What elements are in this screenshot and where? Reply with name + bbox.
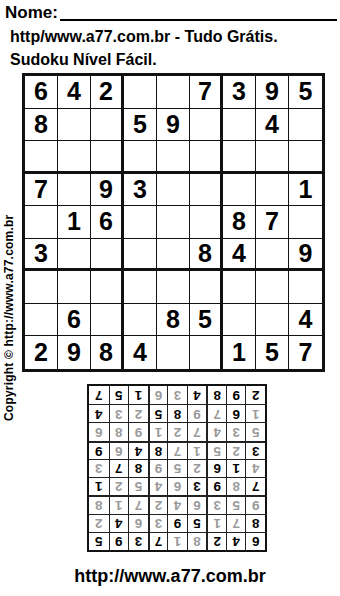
solution-cell: 1 bbox=[245, 404, 265, 422]
solution-cell: 6 bbox=[89, 422, 109, 440]
puzzle-cell bbox=[223, 109, 256, 142]
solution-cell: 2 bbox=[148, 495, 168, 513]
solution-cell: 1 bbox=[206, 514, 226, 532]
solution-cell: 5 bbox=[89, 532, 109, 550]
solution-cell: 8 bbox=[89, 495, 109, 513]
solution-cell: 3 bbox=[245, 441, 265, 459]
solution-cell: 7 bbox=[109, 459, 129, 477]
puzzle-cell bbox=[289, 109, 322, 142]
puzzle-cell bbox=[124, 271, 157, 304]
solution-cell: 4 bbox=[89, 404, 109, 422]
solution-cell: 4 bbox=[148, 477, 168, 495]
puzzle-cell bbox=[157, 206, 190, 239]
puzzle-cell bbox=[256, 239, 289, 272]
puzzle-cell: 8 bbox=[91, 336, 124, 369]
solution-cell: 5 bbox=[187, 514, 207, 532]
puzzle-cell bbox=[157, 76, 190, 109]
puzzle-cell bbox=[157, 174, 190, 207]
puzzle-cell: 6 bbox=[25, 76, 58, 109]
puzzle-cell bbox=[256, 174, 289, 207]
solution-cell: 7 bbox=[167, 441, 187, 459]
solution-cell: 2 bbox=[206, 532, 226, 550]
solution-cell: 6 bbox=[148, 386, 168, 404]
puzzle-cell bbox=[124, 76, 157, 109]
puzzle-cell: 5 bbox=[289, 76, 322, 109]
puzzle-cell bbox=[58, 141, 91, 174]
solution-cell: 5 bbox=[167, 459, 187, 477]
solution-cell: 2 bbox=[89, 514, 109, 532]
puzzle-cell bbox=[223, 174, 256, 207]
solution-cell: 1 bbox=[226, 459, 246, 477]
puzzle-cell: 2 bbox=[25, 336, 58, 369]
solution-cell: 4 bbox=[206, 422, 226, 440]
footer-url: http://www.a77.com.br bbox=[0, 566, 340, 587]
solution-cell: 9 bbox=[109, 532, 129, 550]
puzzle-cell: 7 bbox=[256, 206, 289, 239]
solution-cell: 4 bbox=[128, 441, 148, 459]
puzzle-cell: 8 bbox=[190, 239, 223, 272]
puzzle-cell bbox=[58, 239, 91, 272]
puzzle-cell: 4 bbox=[58, 76, 91, 109]
solution-cell: 8 bbox=[109, 422, 129, 440]
solution-cell: 8 bbox=[206, 386, 226, 404]
puzzle-cell bbox=[190, 141, 223, 174]
solution-cell: 2 bbox=[109, 477, 129, 495]
puzzle-cell: 7 bbox=[190, 76, 223, 109]
solution-cell: 9 bbox=[148, 459, 168, 477]
puzzle-cell bbox=[124, 304, 157, 337]
puzzle-cell: 8 bbox=[25, 109, 58, 142]
puzzle-cell bbox=[25, 271, 58, 304]
solution-cell: 3 bbox=[89, 459, 109, 477]
solution-cell: 4 bbox=[187, 386, 207, 404]
puzzle-cell bbox=[91, 141, 124, 174]
puzzle-cell: 3 bbox=[25, 239, 58, 272]
solution-cell: 3 bbox=[226, 422, 246, 440]
puzzle-cell: 5 bbox=[256, 336, 289, 369]
solution-cell: 4 bbox=[245, 459, 265, 477]
puzzle-cell bbox=[25, 206, 58, 239]
solution-cell: 4 bbox=[226, 532, 246, 550]
puzzle-cell: 3 bbox=[223, 76, 256, 109]
page-title: Sudoku Nível Fácil. bbox=[10, 51, 157, 69]
solution-cell: 3 bbox=[128, 532, 148, 550]
puzzle-cell: 5 bbox=[124, 109, 157, 142]
puzzle-cell: 5 bbox=[190, 304, 223, 337]
solution-cell: 1 bbox=[187, 441, 207, 459]
solution-cell: 7 bbox=[206, 404, 226, 422]
puzzle-cell: 9 bbox=[91, 174, 124, 207]
solution-cell: 7 bbox=[128, 495, 148, 513]
solution-grid: 6428173958715936429536427187893645214162… bbox=[87, 384, 267, 552]
solution-cell: 1 bbox=[128, 386, 148, 404]
puzzle-cell: 1 bbox=[58, 206, 91, 239]
puzzle-cell bbox=[190, 271, 223, 304]
solution-cell: 1 bbox=[148, 422, 168, 440]
puzzle-cell bbox=[124, 239, 157, 272]
puzzle-cell bbox=[289, 271, 322, 304]
solution-cell: 8 bbox=[167, 404, 187, 422]
puzzle-cell bbox=[190, 336, 223, 369]
puzzle-cell bbox=[91, 109, 124, 142]
puzzle-cell: 7 bbox=[289, 336, 322, 369]
puzzle-cell bbox=[223, 141, 256, 174]
name-row: Nome: bbox=[5, 3, 337, 23]
puzzle-cell bbox=[289, 141, 322, 174]
copyright-vertical-text: Copyright © http://www.a77.com.br bbox=[2, 129, 20, 421]
puzzle-cell: 9 bbox=[256, 76, 289, 109]
solution-cell: 3 bbox=[109, 404, 129, 422]
puzzle-cell bbox=[58, 109, 91, 142]
puzzle-cell: 6 bbox=[91, 206, 124, 239]
puzzle-cell bbox=[256, 141, 289, 174]
puzzle-cell bbox=[124, 141, 157, 174]
puzzle-cell bbox=[223, 271, 256, 304]
puzzle-cell bbox=[157, 336, 190, 369]
puzzle-cell: 7 bbox=[25, 174, 58, 207]
puzzle-cell bbox=[58, 271, 91, 304]
puzzle-cell bbox=[190, 174, 223, 207]
solution-cell: 5 bbox=[226, 495, 246, 513]
solution-cell: 1 bbox=[167, 532, 187, 550]
puzzle-cell bbox=[256, 304, 289, 337]
solution-cell: 8 bbox=[187, 532, 207, 550]
solution-cell: 6 bbox=[226, 404, 246, 422]
solution-cell: 8 bbox=[226, 477, 246, 495]
solution-cell: 7 bbox=[187, 422, 207, 440]
solution-cell: 2 bbox=[245, 386, 265, 404]
puzzle-cell bbox=[91, 239, 124, 272]
puzzle-cell bbox=[223, 304, 256, 337]
solution-cell: 6 bbox=[128, 514, 148, 532]
puzzle-cell bbox=[157, 271, 190, 304]
solution-cell: 9 bbox=[226, 386, 246, 404]
puzzle-cell bbox=[91, 304, 124, 337]
solution-cell: 7 bbox=[89, 386, 109, 404]
puzzle-cell bbox=[91, 271, 124, 304]
solution-cell: 8 bbox=[245, 514, 265, 532]
solution-cell: 6 bbox=[109, 441, 129, 459]
solution-cell: 3 bbox=[167, 386, 187, 404]
puzzle-cell: 1 bbox=[289, 174, 322, 207]
puzzle-cell bbox=[25, 304, 58, 337]
puzzle-cell: 2 bbox=[91, 76, 124, 109]
solution-cell: 9 bbox=[89, 441, 109, 459]
solution-cell: 1 bbox=[89, 477, 109, 495]
puzzle-cell: 3 bbox=[124, 174, 157, 207]
puzzle-cell bbox=[124, 206, 157, 239]
puzzle-cell bbox=[157, 239, 190, 272]
puzzle-cell bbox=[157, 141, 190, 174]
solution-cell: 5 bbox=[109, 386, 129, 404]
solution-cell: 9 bbox=[187, 404, 207, 422]
solution-cell: 6 bbox=[245, 532, 265, 550]
solution-cell: 5 bbox=[128, 477, 148, 495]
puzzle-cell bbox=[289, 206, 322, 239]
solution-cell: 6 bbox=[206, 459, 226, 477]
solution-cell: 5 bbox=[245, 422, 265, 440]
solution-cell: 1 bbox=[109, 495, 129, 513]
solution-cell: 2 bbox=[226, 441, 246, 459]
puzzle-cell: 4 bbox=[124, 336, 157, 369]
solution-cell: 7 bbox=[148, 532, 168, 550]
puzzle-cell: 8 bbox=[157, 304, 190, 337]
puzzle-cell bbox=[58, 174, 91, 207]
puzzle-cell: 6 bbox=[58, 304, 91, 337]
solution-cell: 6 bbox=[187, 495, 207, 513]
puzzle-cell: 1 bbox=[223, 336, 256, 369]
solution-cell: 3 bbox=[187, 477, 207, 495]
name-label: Nome: bbox=[5, 3, 58, 23]
solution-cell: 2 bbox=[167, 422, 187, 440]
puzzle-cell: 9 bbox=[58, 336, 91, 369]
solution-cell: 5 bbox=[206, 441, 226, 459]
puzzle-cell bbox=[25, 141, 58, 174]
puzzle-grid: 6427395859479311687384968542984157 bbox=[22, 73, 325, 372]
puzzle-cell bbox=[256, 271, 289, 304]
solution-cell: 8 bbox=[128, 459, 148, 477]
name-underline bbox=[60, 5, 337, 21]
solution-cell: 9 bbox=[128, 422, 148, 440]
solution-cell: 2 bbox=[128, 404, 148, 422]
puzzle-cell bbox=[190, 109, 223, 142]
puzzle-cell: 4 bbox=[256, 109, 289, 142]
site-header: http/www.a77.com.br - Tudo Grátis. bbox=[10, 28, 278, 46]
puzzle-cell: 9 bbox=[289, 239, 322, 272]
solution-cell: 6 bbox=[167, 477, 187, 495]
solution-cell: 4 bbox=[167, 495, 187, 513]
puzzle-cell: 9 bbox=[157, 109, 190, 142]
solution-cell: 9 bbox=[245, 495, 265, 513]
solution-cell: 2 bbox=[187, 459, 207, 477]
solution-cell: 3 bbox=[206, 495, 226, 513]
puzzle-cell: 4 bbox=[289, 304, 322, 337]
solution-cell: 7 bbox=[245, 477, 265, 495]
puzzle-cell bbox=[190, 206, 223, 239]
solution-cell: 9 bbox=[167, 514, 187, 532]
puzzle-cell: 4 bbox=[223, 239, 256, 272]
solution-cell: 8 bbox=[148, 441, 168, 459]
solution-cell: 4 bbox=[109, 514, 129, 532]
solution-cell: 5 bbox=[148, 404, 168, 422]
puzzle-cell: 8 bbox=[223, 206, 256, 239]
solution-cell: 7 bbox=[226, 514, 246, 532]
solution-cell: 9 bbox=[206, 477, 226, 495]
solution-cell: 3 bbox=[148, 514, 168, 532]
